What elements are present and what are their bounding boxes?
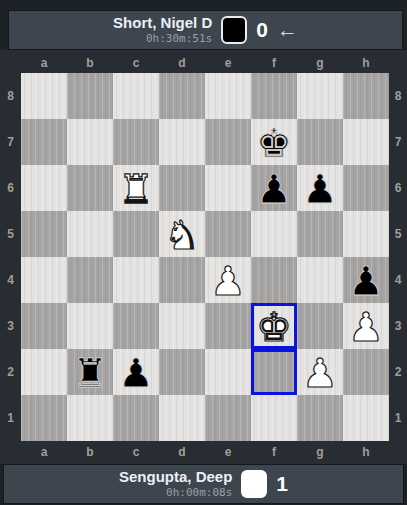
square-c6[interactable]: ♜ [113,165,159,211]
board-corner [0,53,21,73]
square-h6[interactable] [343,165,389,211]
piece-white-pawn[interactable]: ♟ [302,353,338,393]
square-f7[interactable]: ♚ [251,119,297,165]
square-c2[interactable]: ♟ [113,349,159,395]
rank-label-8: 8 [0,73,21,119]
square-e6[interactable] [205,165,251,211]
square-g1[interactable] [297,395,343,441]
square-g4[interactable] [297,257,343,303]
square-h2[interactable] [343,349,389,395]
square-e8[interactable] [205,73,251,119]
top-player-clock: 0h:30m:51s [113,33,212,45]
square-e2[interactable] [205,349,251,395]
square-g2[interactable]: ♟ [297,349,343,395]
square-d8[interactable] [159,73,205,119]
rank-label-6: 6 [0,165,21,211]
rank-label-1: 1 [0,395,21,441]
top-player-info: Short, Nigel D 0h:30m:51s [113,15,212,45]
rank-label-2: 2 [0,349,21,395]
square-g7[interactable] [297,119,343,165]
square-d6[interactable] [159,165,205,211]
rank-label-5: 5 [389,211,407,257]
piece-white-rook[interactable]: ♜ [118,169,154,209]
square-h4[interactable]: ♟ [343,257,389,303]
square-g3[interactable] [297,303,343,349]
square-e7[interactable] [205,119,251,165]
square-d5[interactable]: ♞ [159,211,205,257]
square-h5[interactable] [343,211,389,257]
square-d1[interactable] [159,395,205,441]
board-container: abcdefgh887♚76♜♟♟65♞54♟♟43♚♟32♜♟♟211abcd… [0,50,407,464]
square-e3[interactable] [205,303,251,349]
square-e1[interactable] [205,395,251,441]
rank-label-6: 6 [389,165,407,211]
square-c7[interactable] [113,119,159,165]
rank-label-5: 5 [0,211,21,257]
square-g6[interactable]: ♟ [297,165,343,211]
square-f2[interactable] [251,349,297,395]
square-h8[interactable] [343,73,389,119]
square-d4[interactable] [159,257,205,303]
file-label-g: g [297,53,343,73]
rank-label-2: 2 [389,349,407,395]
square-h7[interactable] [343,119,389,165]
board-corner [0,441,21,462]
square-g5[interactable] [297,211,343,257]
square-g8[interactable] [297,73,343,119]
rank-label-7: 7 [389,119,407,165]
bottom-player-clock: 0h:00m:08s [119,487,232,499]
square-f4[interactable] [251,257,297,303]
rank-label-3: 3 [389,303,407,349]
square-b3[interactable] [67,303,113,349]
square-a1[interactable] [21,395,67,441]
square-b6[interactable] [67,165,113,211]
file-label-b: b [67,441,113,462]
square-b7[interactable] [67,119,113,165]
square-b4[interactable] [67,257,113,303]
top-player-name: Short, Nigel D [113,15,212,32]
top-spacer [0,0,407,10]
square-a2[interactable] [21,349,67,395]
bottom-player-name: Sengupta, Deep [119,469,232,486]
square-d2[interactable] [159,349,205,395]
file-label-h: h [343,441,389,462]
file-label-h: h [343,53,389,73]
piece-black-pawn[interactable]: ♟ [118,353,154,393]
piece-black-pawn[interactable]: ♟ [348,261,384,301]
rank-label-7: 7 [0,119,21,165]
to-move-arrow-icon: ← [277,19,298,40]
bottom-player-info: Sengupta, Deep 0h:00m:08s [119,469,232,499]
square-a7[interactable] [21,119,67,165]
square-f3[interactable]: ♚ [251,303,297,349]
square-a8[interactable] [21,73,67,119]
square-c4[interactable] [113,257,159,303]
rank-label-3: 3 [0,303,21,349]
square-b8[interactable] [67,73,113,119]
file-label-b: b [67,53,113,73]
file-label-c: c [113,53,159,73]
bottom-player-bar: Sengupta, Deep 0h:00m:08s 1 [3,464,404,504]
bottom-player-score: 1 [276,472,288,496]
file-label-d: d [159,441,205,462]
square-b5[interactable] [67,211,113,257]
square-h3[interactable]: ♟ [343,303,389,349]
file-label-g: g [297,441,343,462]
square-c3[interactable] [113,303,159,349]
file-label-c: c [113,441,159,462]
board-corner [389,53,407,73]
rank-label-8: 8 [389,73,407,119]
square-d3[interactable] [159,303,205,349]
square-c1[interactable] [113,395,159,441]
rank-label-4: 4 [389,257,407,303]
piece-black-king[interactable]: ♚ [256,123,292,163]
square-b1[interactable] [67,395,113,441]
square-f1[interactable] [251,395,297,441]
top-player-bar: Short, Nigel D 0h:30m:51s 0 ← [8,10,403,50]
piece-black-rook[interactable]: ♜ [72,353,108,393]
square-c8[interactable] [113,73,159,119]
rank-label-1: 1 [389,395,407,441]
square-c5[interactable] [113,211,159,257]
square-b2[interactable]: ♜ [67,349,113,395]
file-label-f: f [251,53,297,73]
file-label-e: e [205,53,251,73]
square-e5[interactable] [205,211,251,257]
piece-white-pawn[interactable]: ♟ [348,307,384,347]
piece-black-pawn[interactable]: ♟ [302,169,338,209]
file-label-d: d [159,53,205,73]
piece-white-knight[interactable]: ♞ [164,215,200,255]
rank-label-4: 4 [0,257,21,303]
file-label-a: a [21,53,67,73]
file-label-e: e [205,441,251,462]
chess-board: abcdefgh887♚76♜♟♟65♞54♟♟43♚♟32♜♟♟211abcd… [0,53,407,462]
square-h1[interactable] [343,395,389,441]
piece-white-pawn[interactable]: ♟ [210,261,246,301]
black-pieces-icon [221,16,247,44]
square-f5[interactable] [251,211,297,257]
white-pieces-icon [241,470,267,498]
square-e4[interactable]: ♟ [205,257,251,303]
piece-white-king[interactable]: ♚ [256,307,292,347]
piece-black-pawn[interactable]: ♟ [256,169,292,209]
square-f6[interactable]: ♟ [251,165,297,211]
square-a3[interactable] [21,303,67,349]
square-a6[interactable] [21,165,67,211]
square-a4[interactable] [21,257,67,303]
square-f8[interactable] [251,73,297,119]
square-d7[interactable] [159,119,205,165]
top-player-score: 0 [256,18,268,42]
square-a5[interactable] [21,211,67,257]
file-label-f: f [251,441,297,462]
board-corner [389,441,407,462]
file-label-a: a [21,441,67,462]
